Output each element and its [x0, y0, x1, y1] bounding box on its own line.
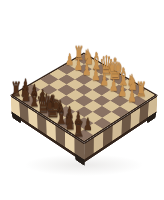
scene: ♜♞♝♛♚♝♞♜♟♟♟♟♟♟♟♟♟♟♟♟♟♟♟♟♜♞♝♛♚♝♞♜	[0, 0, 164, 200]
product-photo[interactable]: ♜♞♝♛♚♝♞♜♟♟♟♟♟♟♟♟♟♟♟♟♟♟♟♟♜♞♝♛♚♝♞♜	[0, 0, 164, 200]
box-foot-right	[147, 112, 156, 124]
box-foot-left	[12, 112, 21, 124]
piece-bR: ♜	[11, 79, 19, 99]
chess-box: ♜♞♝♛♚♝♞♜♟♟♟♟♟♟♟♟♟♟♟♟♟♟♟♟♜♞♝♛♚♝♞♜	[10, 53, 157, 143]
piece-bP: ♟	[21, 78, 29, 94]
chess-board: ♜♞♝♛♚♝♞♜♟♟♟♟♟♟♟♟♟♟♟♟♟♟♟♟♜♞♝♛♚♝♞♜	[10, 53, 157, 143]
